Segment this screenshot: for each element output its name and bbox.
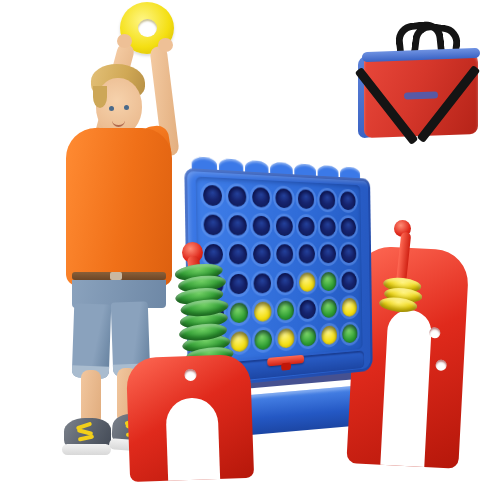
cell-r3c2 bbox=[228, 244, 246, 264]
boy-hand-right bbox=[158, 38, 173, 52]
cell-r6c7 bbox=[342, 324, 357, 344]
cell-r4c6 bbox=[320, 272, 336, 291]
cell-r1c6 bbox=[319, 190, 335, 209]
bag-logo bbox=[404, 91, 438, 99]
yellow-ring-stack bbox=[379, 280, 424, 314]
cell-r2c3 bbox=[252, 216, 270, 236]
boy-short-leg-left bbox=[72, 303, 112, 378]
cell-r6c4 bbox=[277, 328, 294, 349]
cell-r1c4 bbox=[275, 188, 292, 208]
left-leg bbox=[126, 354, 254, 482]
cell-r1c3 bbox=[252, 187, 270, 208]
left-leg-arch bbox=[165, 397, 220, 481]
right-leg-arch bbox=[380, 309, 432, 467]
cell-r3c6 bbox=[320, 245, 336, 264]
cell-r3c3 bbox=[253, 244, 271, 264]
cell-r3c1 bbox=[204, 244, 223, 265]
cell-r3c5 bbox=[298, 245, 315, 264]
cell-r2c6 bbox=[319, 217, 335, 236]
product-photo bbox=[0, 0, 500, 494]
carry-bag bbox=[356, 20, 484, 138]
cell-r4c2 bbox=[229, 273, 247, 294]
cell-r5c2 bbox=[229, 302, 247, 323]
boy-shoe-left bbox=[64, 418, 111, 456]
right-leg-hole bbox=[429, 327, 441, 339]
held-ring-hole bbox=[138, 19, 157, 37]
boy-eye-right bbox=[124, 105, 129, 110]
cell-r1c7 bbox=[340, 191, 355, 210]
cell-r2c7 bbox=[340, 218, 355, 237]
cell-r1c5 bbox=[297, 189, 314, 209]
cell-r5c4 bbox=[277, 300, 294, 320]
cell-r3c4 bbox=[276, 245, 293, 265]
boy-shirt bbox=[66, 128, 172, 286]
cell-r6c5 bbox=[299, 327, 316, 347]
cell-r5c7 bbox=[341, 298, 356, 317]
cell-r2c4 bbox=[275, 216, 292, 236]
boy-hand-left bbox=[117, 34, 132, 48]
boy-hair-fringe bbox=[93, 86, 107, 108]
cell-r1c2 bbox=[228, 186, 246, 207]
boy-belt-buckle bbox=[110, 272, 122, 280]
cell-r5c5 bbox=[299, 300, 316, 320]
cell-r5c6 bbox=[321, 299, 337, 319]
cell-r2c2 bbox=[228, 215, 246, 236]
cell-r4c7 bbox=[341, 271, 356, 290]
cell-r3c7 bbox=[341, 245, 356, 264]
cell-r4c3 bbox=[253, 273, 271, 293]
cell-r4c5 bbox=[299, 272, 316, 292]
release-slider-nub bbox=[281, 362, 291, 370]
right-leg-hole bbox=[435, 359, 447, 371]
cell-r2c5 bbox=[298, 217, 315, 236]
cell-r2c1 bbox=[203, 214, 222, 235]
cell-r5c3 bbox=[253, 301, 271, 322]
left-leg-hole bbox=[184, 369, 196, 381]
cell-r4c4 bbox=[276, 273, 293, 293]
boy-eye-left bbox=[109, 106, 114, 111]
cell-r6c3 bbox=[254, 330, 272, 351]
cell-r1c1 bbox=[203, 184, 222, 205]
cell-r6c6 bbox=[321, 326, 337, 346]
